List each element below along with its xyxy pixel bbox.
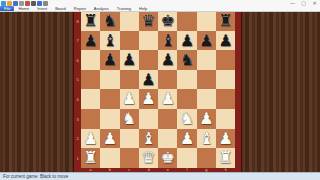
square-c6[interactable]: ♟ bbox=[120, 50, 139, 70]
square-d7[interactable] bbox=[139, 31, 158, 51]
square-g3[interactable]: ♟ bbox=[197, 109, 216, 129]
save-icon[interactable] bbox=[13, 1, 18, 6]
square-h1[interactable]: ♜ bbox=[216, 148, 235, 168]
square-h7[interactable]: ♟ bbox=[216, 31, 235, 51]
square-a8[interactable]: ♜ bbox=[81, 11, 100, 31]
square-b3[interactable] bbox=[100, 109, 119, 129]
square-h3[interactable] bbox=[216, 109, 235, 129]
square-f2[interactable]: ♟ bbox=[177, 129, 196, 149]
menu-tab-report[interactable]: Report bbox=[70, 6, 90, 11]
black-bishop-e7[interactable]: ♝ bbox=[158, 31, 177, 51]
square-b2[interactable]: ♟ bbox=[100, 129, 119, 149]
white-knight-f3[interactable]: ♞ bbox=[177, 109, 196, 129]
square-d2[interactable]: ♝ bbox=[139, 129, 158, 149]
square-f7[interactable]: ♟ bbox=[177, 31, 196, 51]
new-board-icon[interactable] bbox=[1, 1, 6, 6]
square-f3[interactable]: ♞ bbox=[177, 109, 196, 129]
black-rook-a8[interactable]: ♜ bbox=[81, 11, 100, 31]
undo-move-icon[interactable] bbox=[37, 1, 42, 6]
square-h5[interactable] bbox=[216, 70, 235, 90]
square-b8[interactable]: ♞ bbox=[100, 11, 119, 31]
rank-label-6: 6 bbox=[74, 58, 81, 63]
white-pawn-f2[interactable]: ♟ bbox=[177, 129, 196, 149]
white-pawn-a2[interactable]: ♟ bbox=[81, 129, 100, 149]
white-knight-c3[interactable]: ♞ bbox=[120, 109, 139, 129]
black-knight-f6[interactable]: ♞ bbox=[177, 50, 196, 70]
white-king-e1[interactable]: ♚ bbox=[158, 148, 177, 168]
square-a5[interactable] bbox=[81, 70, 100, 90]
square-e4[interactable]: ♟ bbox=[158, 89, 177, 109]
square-b6[interactable]: ♟ bbox=[100, 50, 119, 70]
menu-tab-analysis[interactable]: Analysis bbox=[90, 6, 113, 11]
chess-board-frame: ♜♞♛♚♜♟♝♝♟♟♟♟♟♟♞♟♟♟♟♞♞♟♟♟♝♟♝♟♜♛♚♜ 8765432… bbox=[74, 10, 241, 172]
white-queen-d1[interactable]: ♛ bbox=[139, 148, 158, 168]
square-g2[interactable]: ♝ bbox=[197, 129, 216, 149]
square-e5[interactable] bbox=[158, 70, 177, 90]
status-bar: For current game: Black to move bbox=[0, 172, 320, 180]
black-queen-d8[interactable]: ♛ bbox=[139, 11, 158, 31]
ribbon-menu-bar: FileHomeInsertBoardReportAnalysisTrainin… bbox=[0, 6, 320, 11]
square-c2[interactable] bbox=[120, 129, 139, 149]
rank-label-2: 2 bbox=[74, 136, 81, 141]
menu-tab-training[interactable]: Training bbox=[113, 6, 135, 11]
white-pawn-h2[interactable]: ♟ bbox=[216, 129, 235, 149]
white-pawn-b2[interactable]: ♟ bbox=[100, 129, 119, 149]
square-f8[interactable] bbox=[177, 11, 196, 31]
square-e2[interactable] bbox=[158, 129, 177, 149]
black-bishop-b7[interactable]: ♝ bbox=[100, 31, 119, 51]
rank-label-8: 8 bbox=[74, 19, 81, 24]
square-c5[interactable] bbox=[120, 70, 139, 90]
white-rook-h1[interactable]: ♜ bbox=[216, 148, 235, 168]
rank-label-7: 7 bbox=[74, 38, 81, 43]
square-e7[interactable]: ♝ bbox=[158, 31, 177, 51]
square-f4[interactable] bbox=[177, 89, 196, 109]
menu-tab-file[interactable]: File bbox=[0, 6, 14, 11]
square-d5[interactable]: ♟ bbox=[139, 70, 158, 90]
square-g8[interactable] bbox=[197, 11, 216, 31]
menu-tab-board[interactable]: Board bbox=[51, 6, 70, 11]
chess-app-window: —▢✕ FileHomeInsertBoardReportAnalysisTra… bbox=[0, 0, 320, 180]
square-b7[interactable]: ♝ bbox=[100, 31, 119, 51]
print-icon[interactable] bbox=[19, 1, 24, 6]
square-c3[interactable]: ♞ bbox=[120, 109, 139, 129]
square-h8[interactable]: ♜ bbox=[216, 11, 235, 31]
square-g5[interactable] bbox=[197, 70, 216, 90]
square-d3[interactable] bbox=[139, 109, 158, 129]
black-king-e8[interactable]: ♚ bbox=[158, 11, 177, 31]
white-pawn-g3[interactable]: ♟ bbox=[197, 109, 216, 129]
white-bishop-g2[interactable]: ♝ bbox=[197, 129, 216, 149]
dropdown-icon[interactable] bbox=[43, 1, 48, 6]
black-rook-h8[interactable]: ♜ bbox=[216, 11, 235, 31]
square-a4[interactable] bbox=[81, 89, 100, 109]
square-e8[interactable]: ♚ bbox=[158, 11, 177, 31]
black-pawn-g7[interactable]: ♟ bbox=[197, 31, 216, 51]
square-g7[interactable]: ♟ bbox=[197, 31, 216, 51]
square-b1[interactable] bbox=[100, 148, 119, 168]
black-knight-b8[interactable]: ♞ bbox=[100, 11, 119, 31]
square-d6[interactable] bbox=[139, 50, 158, 70]
square-c1[interactable] bbox=[120, 148, 139, 168]
menu-tab-help[interactable]: Help bbox=[135, 6, 151, 11]
square-h4[interactable] bbox=[216, 89, 235, 109]
square-b5[interactable] bbox=[100, 70, 119, 90]
square-c4[interactable]: ♟ bbox=[120, 89, 139, 109]
menu-tab-insert[interactable]: Insert bbox=[33, 6, 51, 11]
square-b4[interactable] bbox=[100, 89, 119, 109]
black-pawn-e6[interactable]: ♟ bbox=[158, 50, 177, 70]
title-bar: —▢✕ FileHomeInsertBoardReportAnalysisTra… bbox=[0, 0, 320, 12]
square-h6[interactable] bbox=[216, 50, 235, 70]
black-pawn-a7[interactable]: ♟ bbox=[81, 31, 100, 51]
rank-label-1: 1 bbox=[74, 156, 81, 161]
status-text: For current game: Black to move bbox=[0, 173, 320, 180]
white-pawn-e4[interactable]: ♟ bbox=[158, 89, 177, 109]
open-file-icon[interactable] bbox=[7, 1, 12, 6]
square-c7[interactable] bbox=[120, 31, 139, 51]
white-pawn-c4[interactable]: ♟ bbox=[120, 89, 139, 109]
square-f6[interactable]: ♞ bbox=[177, 50, 196, 70]
black-pawn-b6[interactable]: ♟ bbox=[100, 50, 119, 70]
rank-label-3: 3 bbox=[74, 117, 81, 122]
black-pawn-f7[interactable]: ♟ bbox=[177, 31, 196, 51]
black-pawn-c6[interactable]: ♟ bbox=[120, 50, 139, 70]
square-g6[interactable] bbox=[197, 50, 216, 70]
square-e3[interactable] bbox=[158, 109, 177, 129]
white-rook-a1[interactable]: ♜ bbox=[81, 148, 100, 168]
square-d1[interactable]: ♛ bbox=[139, 148, 158, 168]
paste-icon[interactable] bbox=[31, 1, 36, 6]
square-g1[interactable] bbox=[197, 148, 216, 168]
rank-label-5: 5 bbox=[74, 77, 81, 82]
square-g4[interactable] bbox=[197, 89, 216, 109]
square-a2[interactable]: ♟ bbox=[81, 129, 100, 149]
square-e1[interactable]: ♚ bbox=[158, 148, 177, 168]
square-h2[interactable]: ♟ bbox=[216, 129, 235, 149]
rank-label-4: 4 bbox=[74, 97, 81, 102]
black-pawn-h7[interactable]: ♟ bbox=[216, 31, 235, 51]
white-bishop-d2[interactable]: ♝ bbox=[139, 129, 158, 149]
square-a7[interactable]: ♟ bbox=[81, 31, 100, 51]
square-d4[interactable]: ♟ bbox=[139, 89, 158, 109]
square-a6[interactable] bbox=[81, 50, 100, 70]
black-pawn-d5[interactable]: ♟ bbox=[139, 70, 158, 90]
square-e6[interactable]: ♟ bbox=[158, 50, 177, 70]
square-f5[interactable] bbox=[177, 70, 196, 90]
chess-board[interactable]: ♜♞♛♚♜♟♝♝♟♟♟♟♟♟♞♟♟♟♟♞♞♟♟♟♝♟♝♟♜♛♚♜ bbox=[81, 11, 235, 168]
square-a1[interactable]: ♜ bbox=[81, 148, 100, 168]
copy-icon[interactable] bbox=[25, 1, 30, 6]
square-c8[interactable] bbox=[120, 11, 139, 31]
white-pawn-d4[interactable]: ♟ bbox=[139, 89, 158, 109]
menu-tab-home[interactable]: Home bbox=[14, 6, 33, 11]
square-a3[interactable] bbox=[81, 109, 100, 129]
square-f1[interactable] bbox=[177, 148, 196, 168]
square-d8[interactable]: ♛ bbox=[139, 11, 158, 31]
